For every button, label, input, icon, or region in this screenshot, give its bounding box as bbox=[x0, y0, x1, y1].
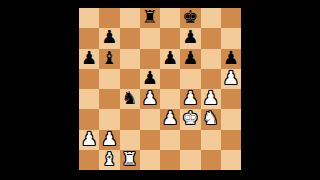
black-pawn-icon: ♟ bbox=[142, 69, 158, 87]
square-h6[interactable]: ♟ bbox=[221, 49, 241, 69]
white-pawn-icon: ♟ bbox=[101, 130, 117, 148]
square-g5[interactable] bbox=[201, 69, 221, 89]
black-pawn-icon: ♟ bbox=[162, 49, 178, 67]
square-e7[interactable] bbox=[160, 28, 180, 48]
black-rook-icon: ♜ bbox=[142, 8, 158, 26]
square-e2[interactable] bbox=[160, 130, 180, 150]
square-e5[interactable] bbox=[160, 69, 180, 89]
black-pawn-icon: ♟ bbox=[81, 49, 97, 67]
square-f4[interactable]: ♟ bbox=[180, 89, 200, 109]
black-knight-icon: ♞ bbox=[122, 89, 138, 107]
square-g1[interactable] bbox=[201, 150, 221, 170]
square-a2[interactable]: ♟ bbox=[79, 130, 99, 150]
square-h8[interactable] bbox=[221, 8, 241, 28]
black-pawn-icon: ♟ bbox=[223, 49, 239, 67]
square-d4[interactable]: ♟ bbox=[140, 89, 160, 109]
square-b4[interactable] bbox=[99, 89, 119, 109]
white-king-icon: ♚ bbox=[182, 109, 198, 127]
square-a6[interactable]: ♟ bbox=[79, 49, 99, 69]
square-b3[interactable] bbox=[99, 109, 119, 129]
square-d6[interactable] bbox=[140, 49, 160, 69]
square-c5[interactable] bbox=[120, 69, 140, 89]
square-c8[interactable] bbox=[120, 8, 140, 28]
white-knight-icon: ♞ bbox=[203, 109, 219, 127]
square-e4[interactable] bbox=[160, 89, 180, 109]
square-g6[interactable] bbox=[201, 49, 221, 69]
square-f2[interactable] bbox=[180, 130, 200, 150]
square-a4[interactable] bbox=[79, 89, 99, 109]
square-d7[interactable] bbox=[140, 28, 160, 48]
chess-board: ♜♚♟♟♟♝♟♟♟♟♟♞♟♟♟♟♚♞♟♟♝♜ bbox=[79, 8, 241, 170]
square-h3[interactable] bbox=[221, 109, 241, 129]
square-e1[interactable] bbox=[160, 150, 180, 170]
square-f8[interactable]: ♚ bbox=[180, 8, 200, 28]
square-a8[interactable] bbox=[79, 8, 99, 28]
square-g3[interactable]: ♞ bbox=[201, 109, 221, 129]
square-d5[interactable]: ♟ bbox=[140, 69, 160, 89]
white-rook-icon: ♜ bbox=[122, 150, 138, 168]
square-a3[interactable] bbox=[79, 109, 99, 129]
square-h2[interactable] bbox=[221, 130, 241, 150]
square-g4[interactable]: ♟ bbox=[201, 89, 221, 109]
black-pawn-icon: ♟ bbox=[101, 28, 117, 46]
square-f5[interactable] bbox=[180, 69, 200, 89]
square-a5[interactable] bbox=[79, 69, 99, 89]
white-pawn-icon: ♟ bbox=[182, 89, 198, 107]
square-h1[interactable] bbox=[221, 150, 241, 170]
black-bishop-icon: ♝ bbox=[101, 49, 117, 67]
square-h7[interactable] bbox=[221, 28, 241, 48]
square-g2[interactable] bbox=[201, 130, 221, 150]
square-g8[interactable] bbox=[201, 8, 221, 28]
square-f7[interactable]: ♟ bbox=[180, 28, 200, 48]
square-h5[interactable]: ♟ bbox=[221, 69, 241, 89]
white-pawn-icon: ♟ bbox=[223, 69, 239, 87]
white-pawn-icon: ♟ bbox=[142, 89, 158, 107]
square-h4[interactable] bbox=[221, 89, 241, 109]
white-bishop-icon: ♝ bbox=[101, 150, 117, 168]
square-g7[interactable] bbox=[201, 28, 221, 48]
square-b5[interactable] bbox=[99, 69, 119, 89]
black-king-icon: ♚ bbox=[182, 8, 198, 26]
square-c7[interactable] bbox=[120, 28, 140, 48]
square-b1[interactable]: ♝ bbox=[99, 150, 119, 170]
square-e8[interactable] bbox=[160, 8, 180, 28]
square-f1[interactable] bbox=[180, 150, 200, 170]
square-d3[interactable] bbox=[140, 109, 160, 129]
square-c6[interactable] bbox=[120, 49, 140, 69]
square-b7[interactable]: ♟ bbox=[99, 28, 119, 48]
black-pawn-icon: ♟ bbox=[182, 49, 198, 67]
square-e3[interactable]: ♟ bbox=[160, 109, 180, 129]
square-d1[interactable] bbox=[140, 150, 160, 170]
square-a7[interactable] bbox=[79, 28, 99, 48]
square-e6[interactable]: ♟ bbox=[160, 49, 180, 69]
letterbox-background: ♜♚♟♟♟♝♟♟♟♟♟♞♟♟♟♟♚♞♟♟♝♜ bbox=[0, 0, 320, 180]
square-a1[interactable] bbox=[79, 150, 99, 170]
square-f6[interactable]: ♟ bbox=[180, 49, 200, 69]
square-d8[interactable]: ♜ bbox=[140, 8, 160, 28]
square-b2[interactable]: ♟ bbox=[99, 130, 119, 150]
white-pawn-icon: ♟ bbox=[81, 130, 97, 148]
white-pawn-icon: ♟ bbox=[203, 89, 219, 107]
square-f3[interactable]: ♚ bbox=[180, 109, 200, 129]
square-c2[interactable] bbox=[120, 130, 140, 150]
square-c3[interactable] bbox=[120, 109, 140, 129]
square-b6[interactable]: ♝ bbox=[99, 49, 119, 69]
square-d2[interactable] bbox=[140, 130, 160, 150]
square-b8[interactable] bbox=[99, 8, 119, 28]
white-pawn-icon: ♟ bbox=[162, 109, 178, 127]
black-pawn-icon: ♟ bbox=[182, 28, 198, 46]
square-c1[interactable]: ♜ bbox=[120, 150, 140, 170]
square-c4[interactable]: ♞ bbox=[120, 89, 140, 109]
